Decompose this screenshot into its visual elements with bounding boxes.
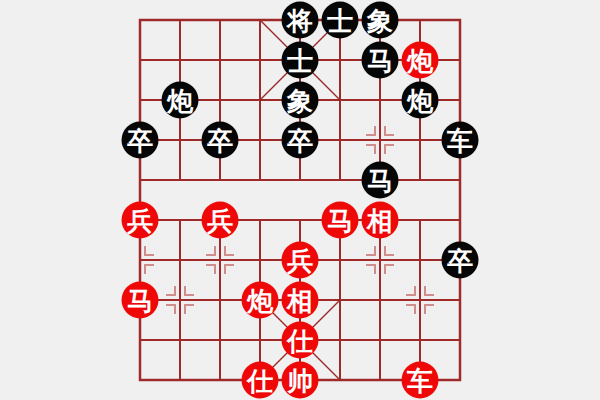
red-chariot[interactable]: 车 (402, 362, 439, 399)
point-8-4[interactable] (440, 160, 480, 200)
point-5-7[interactable] (320, 280, 360, 320)
red-elephant[interactable]: 相 (362, 202, 399, 239)
black-soldier[interactable]: 卒 (122, 122, 159, 159)
point-5-8[interactable] (320, 320, 360, 360)
point-0-1[interactable] (120, 40, 160, 80)
point-5-5[interactable]: 马 (320, 200, 360, 240)
point-2-2[interactable] (200, 80, 240, 120)
point-6-4[interactable]: 马 (360, 160, 400, 200)
point-5-4[interactable] (320, 160, 360, 200)
point-6-1[interactable]: 马 (360, 40, 400, 80)
point-8-0[interactable] (440, 0, 480, 40)
point-2-8[interactable] (200, 320, 240, 360)
point-3-1[interactable] (240, 40, 280, 80)
point-8-9[interactable] (440, 360, 480, 400)
black-horse[interactable]: 马 (362, 42, 399, 79)
point-4-5[interactable] (280, 200, 320, 240)
red-soldier[interactable]: 兵 (202, 202, 239, 239)
point-8-8[interactable] (440, 320, 480, 360)
point-8-1[interactable] (440, 40, 480, 80)
point-0-4[interactable] (120, 160, 160, 200)
point-6-7[interactable] (360, 280, 400, 320)
point-2-7[interactable] (200, 280, 240, 320)
point-7-3[interactable] (400, 120, 440, 160)
point-7-4[interactable] (400, 160, 440, 200)
black-cannon[interactable]: 炮 (402, 82, 439, 119)
point-1-3[interactable] (160, 120, 200, 160)
point-5-6[interactable] (320, 240, 360, 280)
point-6-5[interactable]: 相 (360, 200, 400, 240)
point-6-9[interactable] (360, 360, 400, 400)
point-8-7[interactable] (440, 280, 480, 320)
point-1-8[interactable] (160, 320, 200, 360)
point-1-5[interactable] (160, 200, 200, 240)
point-7-6[interactable] (400, 240, 440, 280)
point-2-6[interactable] (200, 240, 240, 280)
point-2-5[interactable]: 兵 (200, 200, 240, 240)
board-points: 将士象士马炮炮象炮卒卒卒车马兵兵马相兵卒马炮相仕仕帅车 (120, 0, 480, 400)
point-6-2[interactable] (360, 80, 400, 120)
black-soldier[interactable]: 卒 (202, 122, 239, 159)
black-general[interactable]: 将 (282, 2, 319, 39)
point-0-6[interactable] (120, 240, 160, 280)
point-5-9[interactable] (320, 360, 360, 400)
point-7-2[interactable]: 炮 (400, 80, 440, 120)
black-elephant[interactable]: 象 (282, 82, 319, 119)
red-elephant[interactable]: 相 (282, 282, 319, 319)
point-4-3[interactable]: 卒 (280, 120, 320, 160)
red-cannon[interactable]: 炮 (242, 282, 279, 319)
black-advisor[interactable]: 士 (322, 2, 359, 39)
point-8-2[interactable] (440, 80, 480, 120)
point-0-0[interactable] (120, 0, 160, 40)
point-5-2[interactable] (320, 80, 360, 120)
point-5-3[interactable] (320, 120, 360, 160)
point-1-0[interactable] (160, 0, 200, 40)
black-horse[interactable]: 马 (362, 162, 399, 199)
point-3-7[interactable]: 炮 (240, 280, 280, 320)
point-2-9[interactable] (200, 360, 240, 400)
point-4-6[interactable]: 兵 (280, 240, 320, 280)
black-chariot[interactable]: 车 (442, 122, 479, 159)
point-1-1[interactable] (160, 40, 200, 80)
point-5-1[interactable] (320, 40, 360, 80)
point-6-6[interactable] (360, 240, 400, 280)
point-2-0[interactable] (200, 0, 240, 40)
point-7-7[interactable] (400, 280, 440, 320)
red-advisor[interactable]: 仕 (242, 362, 279, 399)
point-4-4[interactable] (280, 160, 320, 200)
point-marker (120, 240, 160, 280)
point-marker (160, 280, 200, 320)
point-4-2[interactable]: 象 (280, 80, 320, 120)
point-marker (360, 120, 400, 160)
point-4-7[interactable]: 相 (280, 280, 320, 320)
point-0-7[interactable]: 马 (120, 280, 160, 320)
point-4-0[interactable]: 将 (280, 0, 320, 40)
black-cannon[interactable]: 炮 (162, 82, 199, 119)
point-0-5[interactable]: 兵 (120, 200, 160, 240)
point-marker (200, 240, 240, 280)
red-soldier[interactable]: 兵 (122, 202, 159, 239)
red-horse[interactable]: 马 (322, 202, 359, 239)
point-marker (400, 280, 440, 320)
red-general[interactable]: 帅 (282, 362, 319, 399)
point-8-5[interactable] (440, 200, 480, 240)
xiangqi-board: 将士象士马炮炮象炮卒卒卒车马兵兵马相兵卒马炮相仕仕帅车 (0, 0, 600, 400)
point-8-3[interactable]: 车 (440, 120, 480, 160)
point-1-6[interactable] (160, 240, 200, 280)
point-0-3[interactable]: 卒 (120, 120, 160, 160)
point-8-6[interactable]: 卒 (440, 240, 480, 280)
point-3-9[interactable]: 仕 (240, 360, 280, 400)
black-soldier[interactable]: 卒 (282, 122, 319, 159)
point-3-0[interactable] (240, 0, 280, 40)
red-horse[interactable]: 马 (122, 282, 159, 319)
point-1-4[interactable] (160, 160, 200, 200)
point-7-8[interactable] (400, 320, 440, 360)
point-7-9[interactable]: 车 (400, 360, 440, 400)
point-3-4[interactable] (240, 160, 280, 200)
point-3-2[interactable] (240, 80, 280, 120)
point-4-9[interactable]: 帅 (280, 360, 320, 400)
point-2-1[interactable] (200, 40, 240, 80)
point-4-8[interactable]: 仕 (280, 320, 320, 360)
black-advisor[interactable]: 士 (282, 42, 319, 79)
point-1-7[interactable] (160, 280, 200, 320)
point-6-3[interactable] (360, 120, 400, 160)
point-3-5[interactable] (240, 200, 280, 240)
point-3-8[interactable] (240, 320, 280, 360)
point-7-5[interactable] (400, 200, 440, 240)
point-7-0[interactable] (400, 0, 440, 40)
point-0-2[interactable] (120, 80, 160, 120)
point-2-4[interactable] (200, 160, 240, 200)
point-marker (360, 240, 400, 280)
point-1-2[interactable]: 炮 (160, 80, 200, 120)
point-3-3[interactable] (240, 120, 280, 160)
point-0-8[interactable] (120, 320, 160, 360)
black-elephant[interactable]: 象 (362, 2, 399, 39)
point-5-0[interactable]: 士 (320, 0, 360, 40)
red-cannon[interactable]: 炮 (402, 42, 439, 79)
black-soldier[interactable]: 卒 (442, 242, 479, 279)
point-0-9[interactable] (120, 360, 160, 400)
point-7-1[interactable]: 炮 (400, 40, 440, 80)
red-advisor[interactable]: 仕 (282, 322, 319, 359)
red-soldier[interactable]: 兵 (282, 242, 319, 279)
point-6-0[interactable]: 象 (360, 0, 400, 40)
point-2-3[interactable]: 卒 (200, 120, 240, 160)
point-4-1[interactable]: 士 (280, 40, 320, 80)
point-3-6[interactable] (240, 240, 280, 280)
point-1-9[interactable] (160, 360, 200, 400)
point-6-8[interactable] (360, 320, 400, 360)
